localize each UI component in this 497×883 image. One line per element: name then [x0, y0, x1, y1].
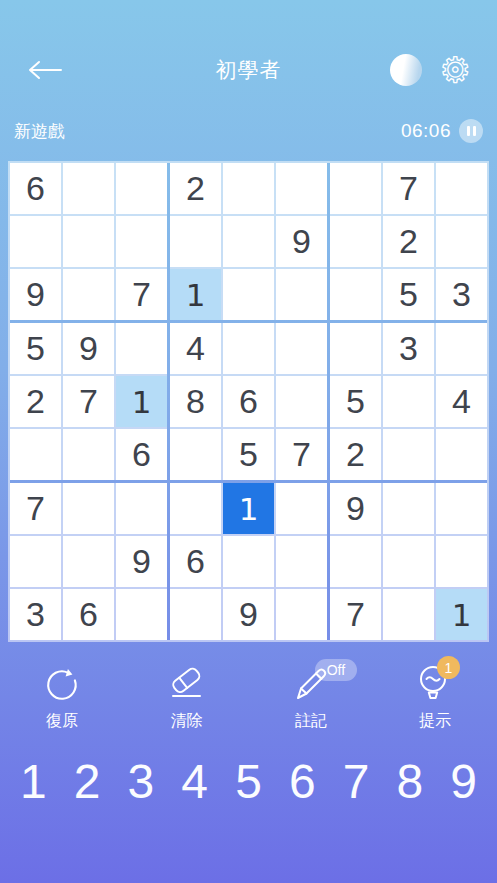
cell-r5c9[interactable]: 4 [436, 376, 487, 427]
cell-r1c1[interactable]: 6 [10, 163, 61, 214]
cell-r1c7[interactable] [330, 163, 381, 214]
cell-r3c4[interactable]: 1 [170, 269, 221, 320]
cell-r2c3[interactable] [116, 216, 167, 267]
sudoku-board: 69729172535927164865735427936169971 [8, 161, 489, 642]
numpad: 123456789 [0, 758, 497, 806]
hint-button[interactable]: 1 提示 [373, 664, 497, 732]
notes-off-badge: Off [315, 659, 357, 681]
cell-r4c7[interactable] [330, 323, 381, 374]
box-7: 7936 [10, 483, 167, 640]
notes-label: 註記 [295, 711, 327, 732]
box-6: 3542 [330, 323, 487, 480]
box-3: 7253 [330, 163, 487, 320]
cell-r5c3[interactable]: 1 [116, 376, 167, 427]
notes-button[interactable]: Off 註記 [249, 664, 373, 732]
box-2: 291 [170, 163, 327, 320]
cell-r6c4[interactable] [170, 429, 221, 480]
back-arrow-icon [26, 59, 64, 81]
cell-r1c3[interactable] [116, 163, 167, 214]
pause-button[interactable] [459, 119, 483, 143]
cell-r4c3[interactable] [116, 323, 167, 374]
new-game-button[interactable]: 新遊戲 [14, 120, 65, 143]
cell-r3c7[interactable] [330, 269, 381, 320]
box-1: 697 [10, 163, 167, 320]
erase-label: 清除 [170, 711, 202, 732]
numpad-6[interactable]: 6 [289, 758, 316, 806]
cell-r7c4[interactable] [170, 483, 221, 534]
cell-r8c7[interactable] [330, 536, 381, 587]
cell-r3c1[interactable]: 9 [10, 269, 61, 320]
cell-r9c9[interactable]: 1 [436, 589, 487, 640]
cell-r5c2[interactable]: 7 [63, 376, 114, 427]
cell-r5c8[interactable] [383, 376, 434, 427]
numpad-3[interactable]: 3 [128, 758, 155, 806]
cell-r2c1[interactable] [10, 216, 61, 267]
cell-r3c2[interactable] [63, 269, 114, 320]
cell-r2c4[interactable] [170, 216, 221, 267]
cell-r4c4[interactable]: 4 [170, 323, 221, 374]
cell-r2c2[interactable] [63, 216, 114, 267]
cell-r9c5[interactable]: 9 [223, 589, 274, 640]
cell-r4c9[interactable] [436, 323, 487, 374]
cell-r5c7[interactable]: 5 [330, 376, 381, 427]
settings-gear-icon[interactable]: ⚙ [440, 54, 471, 86]
toolbar: 復原 清除 Off 註記 [0, 664, 497, 732]
cell-r4c1[interactable]: 5 [10, 323, 61, 374]
cell-r9c3[interactable] [116, 589, 167, 640]
box-5: 48657 [170, 323, 327, 480]
undo-button[interactable]: 復原 [0, 664, 124, 732]
status-row: 新遊戲 06:06 [0, 118, 497, 144]
cell-r9c6[interactable] [276, 589, 327, 640]
cell-r2c5[interactable] [223, 216, 274, 267]
cell-r5c4[interactable]: 8 [170, 376, 221, 427]
cell-r6c8[interactable] [383, 429, 434, 480]
cell-r7c5[interactable]: 1 [223, 483, 274, 534]
cell-r5c5[interactable]: 6 [223, 376, 274, 427]
cell-r9c4[interactable] [170, 589, 221, 640]
cell-r8c9[interactable] [436, 536, 487, 587]
header: 初學者 ⚙ [0, 52, 497, 88]
cell-r9c1[interactable]: 3 [10, 589, 61, 640]
cell-r2c9[interactable] [436, 216, 487, 267]
numpad-7[interactable]: 7 [343, 758, 370, 806]
cell-r8c6[interactable] [276, 536, 327, 587]
cell-r9c7[interactable]: 7 [330, 589, 381, 640]
cell-r2c8[interactable]: 2 [383, 216, 434, 267]
cell-r4c8[interactable]: 3 [383, 323, 434, 374]
cell-r9c2[interactable]: 6 [63, 589, 114, 640]
box-4: 592716 [10, 323, 167, 480]
timer-wrap: 06:06 [401, 119, 483, 143]
cell-r7c9[interactable] [436, 483, 487, 534]
cell-r3c8[interactable]: 5 [383, 269, 434, 320]
numpad-8[interactable]: 8 [396, 758, 423, 806]
undo-label: 復原 [46, 711, 78, 732]
cell-r1c8[interactable]: 7 [383, 163, 434, 214]
cell-r3c9[interactable]: 3 [436, 269, 487, 320]
cell-r1c4[interactable]: 2 [170, 163, 221, 214]
cell-r5c1[interactable]: 2 [10, 376, 61, 427]
eraser-icon [166, 664, 206, 704]
cell-r8c1[interactable] [10, 536, 61, 587]
cell-r4c6[interactable] [276, 323, 327, 374]
cell-r9c8[interactable] [383, 589, 434, 640]
numpad-5[interactable]: 5 [235, 758, 262, 806]
cell-r4c5[interactable] [223, 323, 274, 374]
numpad-1[interactable]: 1 [20, 758, 47, 806]
cell-r3c3[interactable]: 7 [116, 269, 167, 320]
erase-button[interactable]: 清除 [124, 664, 248, 732]
cell-r7c8[interactable] [383, 483, 434, 534]
numpad-4[interactable]: 4 [181, 758, 208, 806]
back-button[interactable] [26, 58, 66, 82]
cell-r5c6[interactable] [276, 376, 327, 427]
cell-r6c7[interactable]: 2 [330, 429, 381, 480]
cell-r3c6[interactable] [276, 269, 327, 320]
timer-value: 06:06 [401, 120, 451, 142]
cell-r7c7[interactable]: 9 [330, 483, 381, 534]
cell-r1c5[interactable] [223, 163, 274, 214]
hint-label: 提示 [419, 711, 451, 732]
cell-r7c6[interactable] [276, 483, 327, 534]
cell-r4c2[interactable]: 9 [63, 323, 114, 374]
cell-r3c5[interactable] [223, 269, 274, 320]
cell-r1c9[interactable] [436, 163, 487, 214]
cell-r7c2[interactable] [63, 483, 114, 534]
undo-icon [43, 665, 81, 703]
cell-r1c6[interactable] [276, 163, 327, 214]
cell-r8c4[interactable]: 6 [170, 536, 221, 587]
numpad-9[interactable]: 9 [450, 758, 477, 806]
cell-r8c3[interactable]: 9 [116, 536, 167, 587]
cell-r6c2[interactable] [63, 429, 114, 480]
cell-r8c8[interactable] [383, 536, 434, 587]
header-actions: ⚙ [390, 54, 471, 86]
cell-r8c2[interactable] [63, 536, 114, 587]
cell-r6c6[interactable]: 7 [276, 429, 327, 480]
cell-r7c1[interactable]: 7 [10, 483, 61, 534]
hint-count-badge: 1 [437, 656, 460, 679]
theme-toggle-icon[interactable] [390, 54, 422, 86]
cell-r6c5[interactable]: 5 [223, 429, 274, 480]
numpad-2[interactable]: 2 [74, 758, 101, 806]
cell-r1c2[interactable] [63, 163, 114, 214]
cell-r2c7[interactable] [330, 216, 381, 267]
cell-r7c3[interactable] [116, 483, 167, 534]
cell-r6c1[interactable] [10, 429, 61, 480]
box-8: 169 [170, 483, 327, 640]
cell-r2c6[interactable]: 9 [276, 216, 327, 267]
cell-r6c9[interactable] [436, 429, 487, 480]
box-9: 971 [330, 483, 487, 640]
cell-r8c5[interactable] [223, 536, 274, 587]
cell-r6c3[interactable]: 6 [116, 429, 167, 480]
